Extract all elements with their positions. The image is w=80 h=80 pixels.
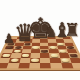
- board-square: [40, 63, 51, 69]
- board-square: [29, 63, 40, 69]
- chess-checkers-board: [0, 36, 80, 70]
- checker-disc-cream: [2, 54, 10, 57]
- checker-disc-cream: [32, 46, 39, 49]
- checker-disc-brown: [69, 54, 77, 57]
- board-perspective-wrap: [0, 36, 80, 70]
- checker-disc-cream: [13, 50, 21, 53]
- board-square: [71, 63, 80, 69]
- checker-disc-cream: [50, 46, 57, 49]
- checker-disc-cream: [59, 50, 67, 53]
- board-square: [18, 63, 30, 69]
- checker-disc-brown: [15, 46, 22, 49]
- checker-disc-brown: [6, 46, 13, 49]
- checker-disc-cream: [61, 58, 70, 62]
- checker-disc-cream: [51, 54, 59, 57]
- checker-disc-cream: [22, 54, 30, 57]
- checker-disc-cream: [31, 58, 39, 62]
- checker-disc-cream: [10, 58, 19, 62]
- product-photo: ♟♛♚♞♝♜: [0, 0, 80, 80]
- checker-disc-brown: [41, 50, 48, 53]
- checker-disc-brown: [67, 46, 74, 49]
